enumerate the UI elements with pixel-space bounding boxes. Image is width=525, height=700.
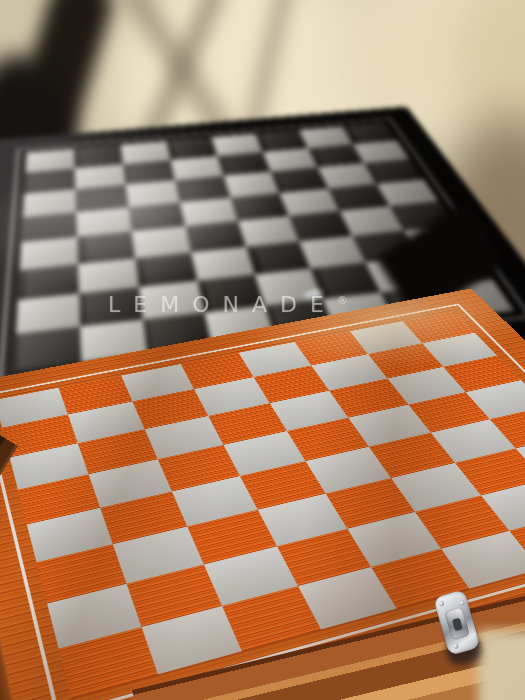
photo-scene: LEMONADE®	[0, 0, 525, 700]
registered-mark: ®	[337, 294, 348, 307]
watermark-text: LEMONADE	[108, 292, 337, 317]
watermark: LEMONADE®	[108, 292, 348, 317]
orange-chess-box	[0, 0, 525, 700]
